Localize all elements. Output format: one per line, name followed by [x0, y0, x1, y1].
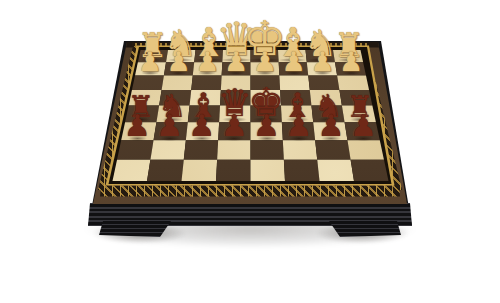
board-square [0, 0, 500, 303]
board-square [0, 0, 500, 303]
light-knight-piece: ♞ [304, 25, 337, 62]
board-square [0, 0, 500, 303]
chess-board [0, 0, 500, 303]
board-square [0, 0, 500, 303]
board-square [0, 0, 500, 303]
dark-pawn-piece: ♟ [156, 110, 183, 140]
board-square [0, 0, 500, 303]
board-square [0, 0, 500, 303]
board-square [0, 0, 500, 303]
dark-queen-base-shadow [222, 117, 247, 122]
far-frame-strip [0, 0, 500, 303]
board-square [0, 0, 500, 303]
light-pawn-piece: ♟ [339, 48, 363, 75]
dark-bishop-piece: ♝ [188, 88, 218, 122]
light-pawn-piece: ♟ [138, 48, 162, 75]
dark-queen-piece: ♛ [218, 84, 252, 122]
light-pawn-piece: ♟ [282, 48, 306, 75]
board-square [0, 0, 500, 303]
board-square [0, 0, 500, 303]
board-shadow [85, 214, 415, 248]
inlay-band-front [0, 0, 500, 303]
board-square [0, 0, 500, 303]
board-square [0, 0, 500, 303]
dark-pawn-base-shadow [192, 136, 212, 141]
light-pawn-base-shadow [256, 71, 274, 76]
board-square [0, 0, 500, 303]
inner-black-border [0, 0, 500, 303]
board-square [0, 0, 500, 303]
board-square [0, 0, 500, 303]
dark-king-piece: ♚ [248, 82, 284, 122]
foot-shadow-left [92, 226, 187, 244]
board-square [0, 0, 500, 303]
dark-knight-base-shadow [318, 117, 339, 122]
board-square [0, 0, 500, 303]
board-square [0, 0, 500, 303]
dark-king-base-shadow [253, 117, 279, 122]
board-base-edge [0, 0, 500, 303]
board-square [0, 0, 500, 303]
board-square [0, 0, 500, 303]
board-square [0, 0, 500, 303]
pinstripe-border [0, 0, 500, 303]
board-square [0, 0, 500, 303]
light-rook-piece: ♜ [334, 28, 364, 62]
light-bishop-base-shadow [279, 58, 305, 63]
board-square [0, 0, 500, 303]
board-square [0, 0, 500, 303]
dark-rook-base-shadow [131, 117, 151, 122]
dark-pawn-base-shadow [160, 136, 180, 141]
board-square [0, 0, 500, 303]
inlay-band-right [0, 0, 500, 303]
light-pawn-base-shadow [342, 71, 360, 76]
dark-pawn-base-shadow [321, 136, 341, 141]
light-pawn-piece: ♟ [195, 48, 219, 75]
dark-pawn-base-shadow [128, 136, 148, 141]
board-square [0, 0, 500, 303]
board-square [0, 0, 500, 303]
inlay-band-far [0, 0, 500, 303]
board-square [0, 0, 500, 303]
board-frame [0, 0, 500, 303]
light-bishop-piece: ♝ [275, 22, 311, 62]
light-pawn-base-shadow [314, 71, 332, 76]
light-rook-piece: ♜ [137, 28, 167, 62]
board-square [0, 0, 500, 303]
dark-rook-base-shadow [350, 117, 370, 122]
light-pawn-base-shadow [285, 71, 303, 76]
light-pawn-piece: ♟ [310, 48, 334, 75]
board-square [0, 0, 500, 303]
board-square [0, 0, 500, 303]
board-square [0, 0, 500, 303]
board-square [0, 0, 500, 303]
board-square [0, 0, 500, 303]
board-square [0, 0, 500, 303]
dark-pawn-base-shadow [224, 136, 244, 141]
board-square [0, 0, 500, 303]
board-square [0, 0, 500, 303]
dark-pawn-piece: ♟ [285, 110, 312, 140]
light-pawn-piece: ♟ [166, 48, 190, 75]
board-square [0, 0, 500, 303]
dark-bishop-piece: ♝ [282, 88, 312, 122]
board-square [0, 0, 500, 303]
light-king-piece: ♚ [243, 14, 286, 62]
light-knight-base-shadow [308, 58, 332, 63]
board-square [0, 0, 500, 303]
dark-pawn-piece: ♟ [189, 110, 216, 140]
light-bishop-piece: ♝ [190, 22, 226, 62]
dark-bishop-base-shadow [286, 117, 308, 122]
light-pawn-base-shadow [170, 71, 188, 76]
board-square [0, 0, 500, 303]
board-square [0, 0, 500, 303]
board-square [0, 0, 500, 303]
board-square [0, 0, 500, 303]
dark-pawn-piece: ♟ [318, 110, 345, 140]
board-edge-grooves [0, 0, 500, 303]
dark-pawn-base-shadow [354, 136, 374, 141]
dark-rook-piece: ♜ [128, 91, 155, 121]
dark-pawn-base-shadow [289, 136, 309, 141]
board-square [0, 0, 500, 303]
product-photo-stage: ♜♞♝♛♚♝♞♜♟♟♟♟♟♟♟♟♜♞♝♛♚♝♞♜♟♟♟♟♟♟♟♟ [0, 0, 500, 303]
board-square [0, 0, 500, 303]
light-pawn-base-shadow [227, 71, 245, 76]
board-square [0, 0, 500, 303]
light-bishop-base-shadow [195, 58, 221, 63]
foot-shadow-right [315, 226, 410, 244]
board-square [0, 0, 500, 303]
dark-knight-piece: ♞ [158, 90, 187, 122]
light-pawn-base-shadow [198, 71, 216, 76]
board-square [0, 0, 500, 303]
board-square [0, 0, 500, 303]
board-square [0, 0, 500, 303]
dark-knight-base-shadow [162, 117, 183, 122]
board-square [0, 0, 500, 303]
board-foot-right [0, 0, 500, 303]
board-square [0, 0, 500, 303]
board-square [0, 0, 500, 303]
board-square [0, 0, 500, 303]
light-knight-piece: ♞ [164, 25, 197, 62]
dark-pawn-base-shadow [257, 136, 277, 141]
light-rook-base-shadow [338, 58, 360, 63]
light-queen-base-shadow [221, 58, 251, 63]
board-square [0, 0, 500, 303]
light-knight-base-shadow [168, 58, 192, 63]
light-queen-piece: ♛ [216, 16, 257, 62]
dark-pawn-piece: ♟ [350, 110, 377, 140]
light-pawn-piece: ♟ [224, 48, 248, 75]
board-square [0, 0, 500, 303]
light-pawn-piece: ♟ [253, 48, 277, 75]
dark-pawn-piece: ♟ [124, 110, 151, 140]
board-square [0, 0, 500, 303]
inlay-band-left [0, 0, 500, 303]
board-square [0, 0, 500, 303]
light-pawn-base-shadow [141, 71, 159, 76]
light-king-base-shadow [249, 58, 281, 63]
dark-knight-piece: ♞ [314, 90, 343, 122]
dark-pawn-piece: ♟ [221, 110, 248, 140]
dark-rook-piece: ♜ [346, 91, 373, 121]
board-foot-left [0, 0, 500, 303]
board-square [0, 0, 500, 303]
dark-bishop-base-shadow [192, 117, 214, 122]
light-rook-base-shadow [141, 58, 163, 63]
board-square [0, 0, 500, 303]
dark-pawn-piece: ♟ [253, 110, 280, 140]
board-square [0, 0, 500, 303]
board-square [0, 0, 500, 303]
